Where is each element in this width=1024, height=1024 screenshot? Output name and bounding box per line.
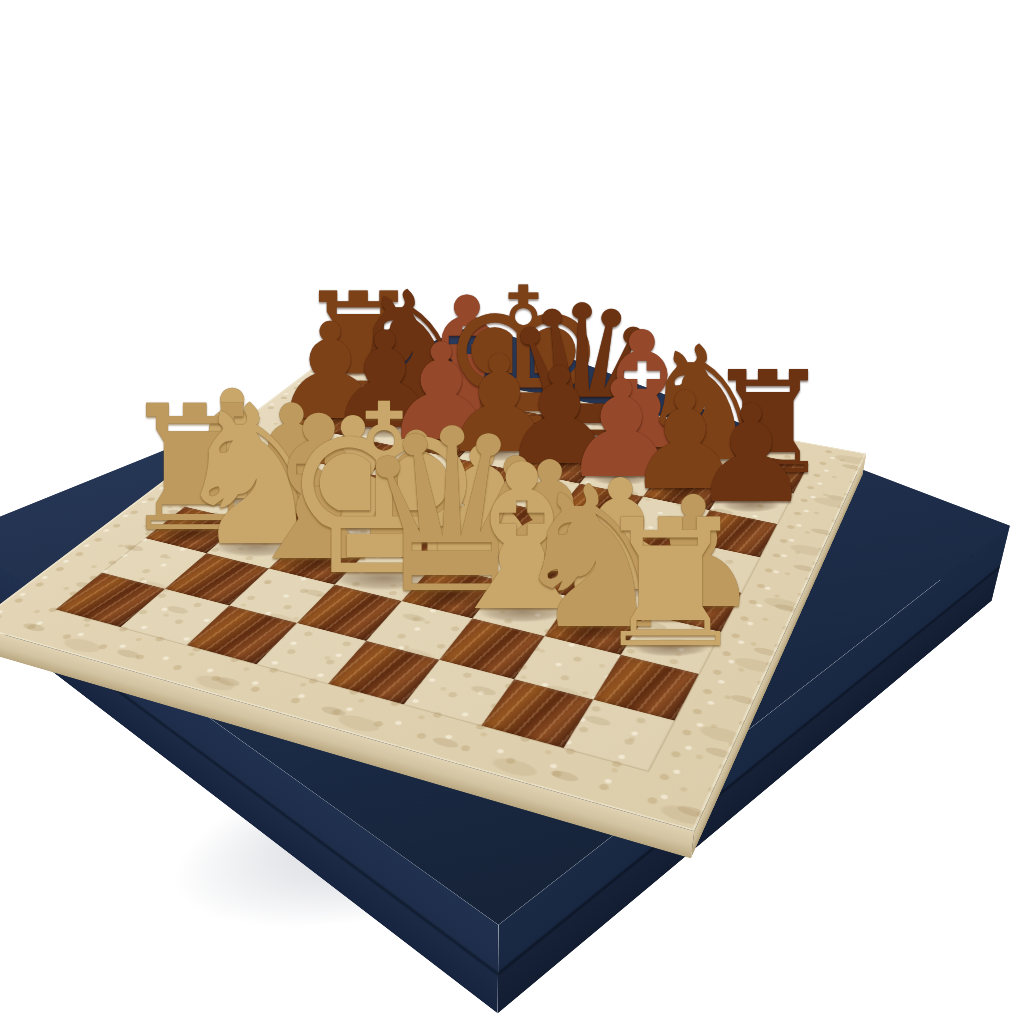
product-photo-scene: ♜♞♝♚♛♝♞♜♟♟♟♟♟♟♟♟♟♟♟♟♟♟♟♟♜♞♝♚♛♝♞♜ [0,0,1024,1024]
